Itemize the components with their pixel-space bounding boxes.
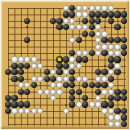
black-stone: [101, 101, 107, 107]
white-stone: [50, 89, 56, 95]
black-stone: [63, 24, 69, 30]
black-stone: [82, 95, 88, 101]
black-stone: [95, 18, 101, 24]
intersection-r19-c19[interactable]: [121, 121, 127, 127]
white-stone: [82, 24, 88, 30]
white-stone: [95, 5, 101, 11]
black-stone: [108, 95, 114, 101]
black-stone: [76, 37, 82, 43]
black-stone: [114, 95, 120, 101]
white-stone: [31, 63, 37, 69]
white-stone: [101, 44, 107, 50]
white-stone: [82, 50, 88, 56]
white-stone: [82, 11, 88, 17]
white-stone: [108, 82, 114, 88]
black-stone: [24, 63, 30, 69]
black-stone: [114, 89, 120, 95]
black-stone: [95, 82, 101, 88]
black-stone: [82, 56, 88, 62]
black-stone: [101, 69, 107, 75]
black-stone: [121, 18, 127, 24]
black-stone: [114, 37, 120, 43]
black-stone: [108, 56, 114, 62]
black-stone: [5, 108, 11, 114]
white-stone: [108, 108, 114, 114]
white-stone: [95, 37, 101, 43]
white-stone: [50, 69, 56, 75]
black-stone: [89, 11, 95, 17]
white-stone: [50, 95, 56, 101]
white-stone: [18, 56, 24, 62]
white-stone: [108, 114, 114, 120]
black-stone: [18, 101, 24, 107]
black-stone: [69, 101, 75, 107]
black-stone: [56, 63, 62, 69]
white-stone: [63, 76, 69, 82]
white-stone: [108, 89, 114, 95]
white-stone: [76, 50, 82, 56]
white-stone: [56, 89, 62, 95]
black-stone: [69, 95, 75, 101]
white-stone: [114, 44, 120, 50]
black-stone: [69, 5, 75, 11]
black-stone: [56, 56, 62, 62]
white-stone: [82, 5, 88, 11]
white-stone: [76, 24, 82, 30]
black-stone: [95, 69, 101, 75]
black-stone: [108, 63, 114, 69]
white-stone: [114, 114, 120, 120]
black-stone: [69, 82, 75, 88]
black-stone: [114, 56, 120, 62]
black-stone: [121, 89, 127, 95]
white-stone: [63, 18, 69, 24]
black-stone: [50, 76, 56, 82]
white-stone: [76, 76, 82, 82]
white-stone: [114, 121, 120, 127]
white-stone: [24, 108, 30, 114]
white-stone: [95, 50, 101, 56]
black-stone: [101, 82, 107, 88]
black-stone: [44, 76, 50, 82]
black-stone: [114, 108, 120, 114]
black-stone: [11, 95, 17, 101]
black-stone: [89, 18, 95, 24]
white-stone: [76, 101, 82, 107]
white-stone: [114, 50, 120, 56]
white-stone: [37, 63, 43, 69]
white-stone: [31, 56, 37, 62]
white-stone: [56, 76, 62, 82]
white-stone: [37, 108, 43, 114]
white-stone: [101, 89, 107, 95]
white-stone: [108, 69, 114, 75]
black-stone: [95, 11, 101, 17]
last-move-marker: [58, 58, 60, 60]
black-stone: [114, 24, 120, 30]
star-point: [65, 104, 67, 106]
black-stone: [108, 76, 114, 82]
black-stone: [18, 89, 24, 95]
black-stone: [18, 69, 24, 75]
black-stone: [63, 82, 69, 88]
white-stone: [69, 18, 75, 24]
white-stone: [76, 63, 82, 69]
black-stone: [121, 95, 127, 101]
white-stone: [89, 101, 95, 107]
black-stone: [121, 37, 127, 43]
black-stone: [24, 101, 30, 107]
star-point: [26, 26, 28, 28]
white-stone: [76, 5, 82, 11]
black-stone: [69, 11, 75, 17]
white-stone: [89, 5, 95, 11]
black-stone: [89, 24, 95, 30]
star-point: [104, 26, 106, 28]
white-stone: [95, 24, 101, 30]
black-stone: [11, 63, 17, 69]
black-stone: [101, 50, 107, 56]
black-stone: [18, 63, 24, 69]
black-stone: [69, 50, 75, 56]
white-stone: [101, 5, 107, 11]
white-stone: [95, 101, 101, 107]
white-stone: [101, 76, 107, 82]
white-stone: [31, 108, 37, 114]
black-stone: [82, 18, 88, 24]
black-stone: [24, 89, 30, 95]
white-stone: [37, 76, 43, 82]
white-stone: [108, 121, 114, 127]
go-board[interactable]: [1, 1, 129, 129]
white-stone: [69, 37, 75, 43]
black-stone: [82, 82, 88, 88]
white-stone: [18, 82, 24, 88]
black-stone: [95, 89, 101, 95]
white-stone: [82, 76, 88, 82]
black-stone: [50, 18, 56, 24]
black-stone: [108, 18, 114, 24]
white-stone: [56, 82, 62, 88]
black-stone: [69, 76, 75, 82]
white-stone: [101, 31, 107, 37]
black-stone: [11, 76, 17, 82]
black-stone: [121, 44, 127, 50]
black-stone: [5, 101, 11, 107]
black-stone: [108, 101, 114, 107]
white-stone: [37, 89, 43, 95]
black-stone: [82, 31, 88, 37]
star-point: [104, 65, 106, 67]
white-stone: [24, 56, 30, 62]
black-stone: [108, 11, 114, 17]
white-stone: [63, 69, 69, 75]
black-stone: [108, 37, 114, 43]
white-stone: [11, 56, 17, 62]
white-stone: [108, 50, 114, 56]
black-stone: [24, 18, 30, 24]
black-stone: [44, 69, 50, 75]
white-stone: [108, 5, 114, 11]
white-stone: [69, 56, 75, 62]
black-stone: [76, 89, 82, 95]
black-stone: [56, 24, 62, 30]
black-stone: [11, 69, 17, 75]
black-stone: [69, 89, 75, 95]
white-stone: [63, 5, 69, 11]
black-stone: [31, 82, 37, 88]
white-stone: [101, 108, 107, 114]
black-stone: [121, 108, 127, 114]
black-stone: [121, 114, 127, 120]
black-stone: [101, 37, 107, 43]
white-stone: [95, 76, 101, 82]
white-stone: [95, 95, 101, 101]
black-stone: [5, 95, 11, 101]
white-stone: [95, 44, 101, 50]
white-stone: [108, 44, 114, 50]
white-stone: [76, 11, 82, 17]
black-stone: [121, 121, 127, 127]
black-stone: [24, 37, 30, 43]
black-stone: [63, 56, 69, 62]
go-board-grid: [5, 5, 127, 127]
white-stone: [95, 31, 101, 37]
white-stone: [50, 82, 56, 88]
black-stone: [56, 69, 62, 75]
white-stone: [114, 63, 120, 69]
white-stone: [11, 108, 17, 114]
black-stone: [69, 69, 75, 75]
white-stone: [31, 76, 37, 82]
black-stone: [56, 18, 62, 24]
black-stone: [63, 11, 69, 17]
app-frame: [0, 0, 130, 130]
black-stone: [89, 82, 95, 88]
white-stone: [69, 24, 75, 30]
black-stone: [121, 11, 127, 17]
white-stone: [63, 108, 69, 114]
black-stone: [101, 11, 107, 17]
black-stone: [89, 50, 95, 56]
black-stone: [11, 101, 17, 107]
white-stone: [44, 89, 50, 95]
black-stone: [114, 11, 120, 17]
black-stone: [82, 101, 88, 107]
black-stone: [114, 69, 120, 75]
white-stone: [18, 108, 24, 114]
black-stone: [18, 76, 24, 82]
black-stone: [121, 50, 127, 56]
white-stone: [24, 82, 30, 88]
white-stone: [69, 63, 75, 69]
black-stone: [63, 63, 69, 69]
black-stone: [76, 56, 82, 62]
black-stone: [5, 69, 11, 75]
black-stone: [89, 31, 95, 37]
